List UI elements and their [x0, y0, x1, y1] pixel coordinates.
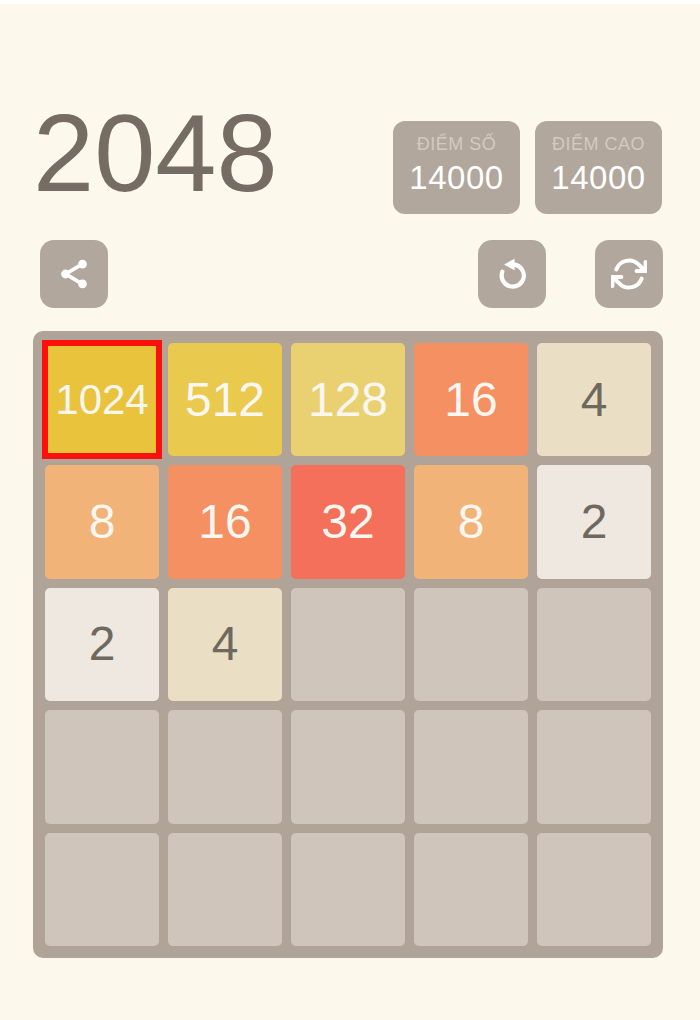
- restart-button[interactable]: [595, 240, 663, 308]
- best-score-box: ĐIỂM CAO 14000: [535, 121, 662, 214]
- tile-value: 512: [185, 376, 265, 424]
- empty-cell: [537, 588, 651, 701]
- tile-value: 8: [89, 498, 116, 546]
- tile-value: 128: [308, 376, 388, 424]
- best-score-label: ĐIỂM CAO: [535, 134, 662, 155]
- tile-2: 2: [537, 465, 651, 578]
- tile-16: 16: [168, 465, 282, 578]
- score-value: 14000: [393, 159, 520, 197]
- tile-value: 1024: [55, 379, 148, 421]
- tile-128: 128: [291, 343, 405, 456]
- share-icon: [57, 257, 91, 291]
- empty-cell: [168, 833, 282, 946]
- share-button[interactable]: [40, 240, 108, 308]
- empty-cell: [537, 833, 651, 946]
- empty-cell: [168, 710, 282, 823]
- empty-cell: [537, 710, 651, 823]
- page-title: 2048: [33, 98, 278, 208]
- empty-cell: [291, 710, 405, 823]
- game-screen: 2048 ĐIỂM SỐ 14000 ĐIỂM CAO 14000: [0, 0, 700, 1020]
- top-edge-strip: [0, 0, 700, 4]
- empty-cell: [414, 710, 528, 823]
- tile-value: 2: [89, 620, 116, 668]
- empty-cell: [45, 710, 159, 823]
- tile-8: 8: [45, 465, 159, 578]
- tile-4: 4: [168, 588, 282, 701]
- empty-cell: [291, 833, 405, 946]
- score-label: ĐIỂM SỐ: [393, 134, 520, 155]
- tile-512: 512: [168, 343, 282, 456]
- empty-cell: [414, 588, 528, 701]
- undo-button[interactable]: [478, 240, 546, 308]
- tile-value: 4: [212, 620, 239, 668]
- tile-4: 4: [537, 343, 651, 456]
- undo-icon: [493, 255, 531, 293]
- empty-cell: [291, 588, 405, 701]
- tile-32: 32: [291, 465, 405, 578]
- score-box: ĐIỂM SỐ 14000: [393, 121, 520, 214]
- tile-value: 2: [581, 498, 608, 546]
- tile-value: 16: [198, 498, 251, 546]
- tile-2: 2: [45, 588, 159, 701]
- tile-value: 4: [581, 376, 608, 424]
- empty-cell: [45, 833, 159, 946]
- tile-8: 8: [414, 465, 528, 578]
- tile-value: 16: [444, 376, 497, 424]
- best-score-value: 14000: [535, 159, 662, 197]
- board[interactable]: 1024512128164816328224: [33, 331, 663, 958]
- empty-cell: [414, 833, 528, 946]
- tile-value: 8: [458, 498, 485, 546]
- tile-value: 32: [321, 498, 374, 546]
- tile-1024: 1024: [45, 343, 159, 456]
- tile-16: 16: [414, 343, 528, 456]
- restart-icon: [611, 256, 647, 292]
